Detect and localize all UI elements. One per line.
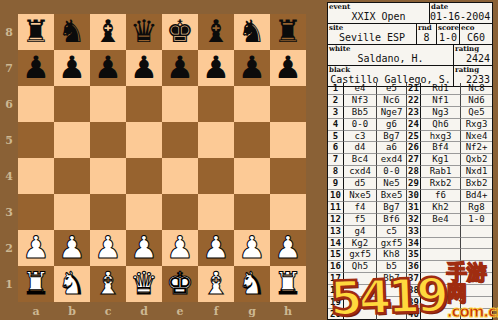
move-cell[interactable]: g6 — [377, 119, 407, 131]
square-f4[interactable] — [198, 158, 234, 194]
move-cell[interactable]: Nc6 — [377, 95, 407, 107]
white-pawn-e2: ♟ — [162, 230, 198, 266]
move-cell[interactable]: Nf2+ — [461, 142, 492, 154]
file-label-d: d — [126, 302, 162, 320]
move-cell[interactable]: c3 — [344, 131, 377, 143]
square-h4[interactable] — [270, 158, 306, 194]
move-number: 15 — [328, 249, 344, 261]
move-cell[interactable]: cxd4 — [344, 166, 377, 178]
square-g8[interactable]: ♞ — [234, 14, 270, 50]
move-number: 9 — [328, 178, 344, 190]
move-cell[interactable]: Ne5 — [377, 178, 407, 190]
square-c1[interactable]: ♝ — [90, 266, 126, 302]
chess-game-viewer: { "game": "chess", "position": { "fen": … — [0, 0, 498, 320]
square-f3[interactable] — [198, 194, 234, 230]
square-c2[interactable]: ♟ — [90, 230, 126, 266]
move-number: 26 — [407, 142, 421, 154]
square-h1[interactable]: ♜ — [270, 266, 306, 302]
square-a1[interactable]: ♜ — [18, 266, 54, 302]
move-number: 17 — [328, 273, 344, 285]
file-label-g: g — [234, 302, 270, 320]
square-h8[interactable]: ♜ — [270, 14, 306, 50]
move-cell[interactable] — [461, 273, 492, 285]
move-number: 3 — [328, 107, 344, 119]
move-cell[interactable] — [461, 297, 492, 309]
move-cell[interactable]: 0-0 — [377, 166, 407, 178]
move-cell[interactable] — [344, 309, 377, 320]
move-cell[interactable] — [461, 226, 492, 238]
move-number: 2 — [328, 95, 344, 107]
square-e8[interactable]: ♚ — [162, 14, 198, 50]
white-knight-g1: ♞ — [234, 266, 270, 302]
square-b7[interactable]: ♟ — [54, 50, 90, 86]
move-cell[interactable]: Qxb2 — [461, 154, 492, 166]
move-cell[interactable]: Be4 — [421, 214, 461, 226]
move-cell[interactable] — [421, 309, 461, 320]
chess-board: ♜♞♝♛♚♝♞♜♟♟♟♟♟♟♟♟♟♟♟♟♟♟♟♟♜♞♝♛♚♝♞♜ — [18, 14, 306, 302]
square-h2[interactable]: ♟ — [270, 230, 306, 266]
move-cell[interactable] — [421, 238, 461, 250]
move-cell[interactable]: f5 — [344, 214, 377, 226]
square-e3[interactable] — [162, 194, 198, 230]
white-rating-label: rating — [455, 45, 479, 53]
move-number: 30 — [407, 190, 421, 202]
square-c6[interactable] — [90, 86, 126, 122]
move-cell[interactable]: f4 — [344, 202, 377, 214]
square-b1[interactable]: ♞ — [54, 266, 90, 302]
black-pawn-h7: ♟ — [270, 50, 306, 86]
move-cell[interactable]: Bb5 — [344, 107, 377, 119]
move-cell[interactable]: Kh8 — [377, 249, 407, 261]
square-a6[interactable] — [18, 86, 54, 122]
black-pawn-b7: ♟ — [54, 50, 90, 86]
move-cell[interactable]: gxf5 — [344, 249, 377, 261]
move-number: 1 — [328, 83, 344, 95]
black-knight-g8: ♞ — [234, 14, 270, 50]
move-cell[interactable] — [344, 297, 377, 309]
move-cell[interactable] — [421, 226, 461, 238]
move-cell[interactable]: Nxd1 — [461, 166, 492, 178]
move-cell[interactable]: Bb7 — [377, 273, 407, 285]
game-info-panel: event XXIX Open date 01-16-2004 site Sev… — [327, 2, 493, 320]
white-rook-a1: ♜ — [18, 266, 54, 302]
black-rook-a8: ♜ — [18, 14, 54, 50]
square-a5[interactable] — [18, 122, 54, 158]
square-c5[interactable] — [90, 122, 126, 158]
file-label-h: h — [270, 302, 306, 320]
eco-cell: eco C60 — [460, 24, 492, 44]
move-cell[interactable]: 1-0 — [461, 214, 492, 226]
site-value: Seville ESP — [328, 32, 416, 43]
square-c8[interactable]: ♝ — [90, 14, 126, 50]
move-cell[interactable] — [377, 297, 407, 309]
black-pawn-g7: ♟ — [234, 50, 270, 86]
black-knight-b8: ♞ — [54, 14, 90, 50]
move-number: 29 — [407, 178, 421, 190]
move-cell[interactable]: Bg7 — [377, 131, 407, 143]
black-bishop-f8: ♝ — [198, 14, 234, 50]
square-d4[interactable] — [126, 158, 162, 194]
square-g6[interactable] — [234, 86, 270, 122]
square-e1[interactable]: ♚ — [162, 266, 198, 302]
rank-label-5: 5 — [0, 122, 18, 158]
move-cell[interactable]: Nf3 — [344, 95, 377, 107]
square-g1[interactable]: ♞ — [234, 266, 270, 302]
file-label-f: f — [198, 302, 234, 320]
rank-label-1: 1 — [0, 266, 18, 302]
eco-value: C60 — [460, 32, 492, 43]
event-cell: event XXIX Open — [328, 3, 430, 23]
white-pawn-g2: ♟ — [234, 230, 270, 266]
black-pawn-f7: ♟ — [198, 50, 234, 86]
move-number: 31 — [407, 202, 421, 214]
move-number: 39 — [407, 297, 421, 309]
square-d8[interactable]: ♛ — [126, 14, 162, 50]
black-pawn-c7: ♟ — [90, 50, 126, 86]
square-e2[interactable]: ♟ — [162, 230, 198, 266]
file-label-c: c — [90, 302, 126, 320]
move-cell[interactable] — [421, 273, 461, 285]
file-label-a: a — [18, 302, 54, 320]
move-cell[interactable]: Qe5 — [461, 107, 492, 119]
move-cell[interactable]: b5 — [377, 261, 407, 273]
move-cell[interactable]: Nf1 — [421, 95, 461, 107]
square-g7[interactable]: ♟ — [234, 50, 270, 86]
white-rating-value: 2424 — [454, 53, 492, 64]
black-pawn-d7: ♟ — [126, 50, 162, 86]
move-cell[interactable] — [421, 249, 461, 261]
move-cell[interactable]: Bxe5 — [377, 190, 407, 202]
move-cell[interactable]: Nxe4 — [461, 131, 492, 143]
move-cell[interactable]: Kg2 — [344, 238, 377, 250]
file-label-b: b — [54, 302, 90, 320]
round-cell: rnd 8 — [417, 24, 437, 44]
move-number: 18 — [328, 285, 344, 297]
move-cell[interactable]: f6 — [421, 190, 461, 202]
white-pawn-f2: ♟ — [198, 230, 234, 266]
move-number: 19 — [328, 297, 344, 309]
round-label: rnd — [418, 24, 432, 32]
move-cell[interactable]: Nge7 — [377, 107, 407, 119]
black-king-e8: ♚ — [162, 14, 198, 50]
move-number: 6 — [328, 142, 344, 154]
rank-label-4: 4 — [0, 158, 18, 194]
move-number: 25 — [407, 131, 421, 143]
move-cell[interactable] — [421, 261, 461, 273]
date-cell: date 01-16-2004 — [430, 3, 492, 23]
white-bishop-f1: ♝ — [198, 266, 234, 302]
move-cell[interactable] — [377, 285, 407, 297]
move-cell[interactable]: e4 — [344, 83, 377, 95]
move-cell[interactable]: Qh5 — [344, 261, 377, 273]
move-cell[interactable]: d5 — [344, 178, 377, 190]
white-bishop-c1: ♝ — [90, 266, 126, 302]
black-rook-h8: ♜ — [270, 14, 306, 50]
square-e5[interactable] — [162, 122, 198, 158]
square-a3[interactable] — [18, 194, 54, 230]
square-d6[interactable] — [126, 86, 162, 122]
move-cell[interactable]: 0-0 — [344, 119, 377, 131]
square-h6[interactable] — [270, 86, 306, 122]
square-a7[interactable]: ♟ — [18, 50, 54, 86]
rank-label-8: 8 — [0, 14, 18, 50]
move-cell[interactable]: e5 — [377, 83, 407, 95]
square-d2[interactable]: ♟ — [126, 230, 162, 266]
move-number: 33 — [407, 226, 421, 238]
move-cell[interactable]: Bc4 — [344, 154, 377, 166]
rank-label-7: 7 — [0, 50, 18, 86]
rank-label-6: 6 — [0, 86, 18, 122]
square-h3[interactable] — [270, 194, 306, 230]
square-f2[interactable]: ♟ — [198, 230, 234, 266]
rank-labels: 87654321 — [0, 14, 18, 302]
white-pawn-c2: ♟ — [90, 230, 126, 266]
move-number: 34 — [407, 238, 421, 250]
move-cell[interactable]: Kh2 — [421, 202, 461, 214]
file-labels: abcdefgh — [18, 302, 306, 320]
black-bishop-c8: ♝ — [90, 14, 126, 50]
score-value: 1-0 — [437, 32, 459, 43]
white-queen-d1: ♛ — [126, 266, 162, 302]
black-queen-d8: ♛ — [126, 14, 162, 50]
move-cell[interactable] — [344, 285, 377, 297]
move-number: 13 — [328, 226, 344, 238]
white-pawn-h2: ♟ — [270, 230, 306, 266]
move-cell[interactable]: Rd1 — [421, 83, 461, 95]
black-pawn-e7: ♟ — [162, 50, 198, 86]
move-number: 21 — [407, 83, 421, 95]
white-pawn-d2: ♟ — [126, 230, 162, 266]
move-cell[interactable]: Nxe5 — [344, 190, 377, 202]
move-cell[interactable]: c5 — [377, 226, 407, 238]
square-a4[interactable] — [18, 158, 54, 194]
move-number: 12 — [328, 214, 344, 226]
eco-label: eco — [461, 24, 474, 32]
move-cell[interactable]: Qh6 — [421, 119, 461, 131]
rank-label-2: 2 — [0, 230, 18, 266]
square-c7[interactable]: ♟ — [90, 50, 126, 86]
move-cell[interactable]: Ng3 — [421, 107, 461, 119]
event-label: event — [329, 3, 350, 11]
move-cell[interactable]: exd4 — [377, 154, 407, 166]
move-number: 24 — [407, 119, 421, 131]
move-number: 10 — [328, 190, 344, 202]
score-label: score — [438, 24, 459, 32]
move-cell[interactable]: Rg8 — [461, 202, 492, 214]
square-d7[interactable]: ♟ — [126, 50, 162, 86]
white-pawn-b2: ♟ — [54, 230, 90, 266]
square-b8[interactable]: ♞ — [54, 14, 90, 50]
square-f7[interactable]: ♟ — [198, 50, 234, 86]
move-number: 38 — [407, 285, 421, 297]
site-label: site — [329, 24, 343, 32]
square-a2[interactable]: ♟ — [18, 230, 54, 266]
move-cell[interactable]: Kg1 — [421, 154, 461, 166]
move-cell[interactable]: Rxb2 — [421, 178, 461, 190]
move-number: 35 — [407, 249, 421, 261]
square-b5[interactable] — [54, 122, 90, 158]
move-number: 22 — [407, 95, 421, 107]
score-cell: score 1-0 — [437, 24, 460, 44]
move-number: 8 — [328, 166, 344, 178]
move-number: 40 — [407, 309, 421, 320]
white-player-cell: white Saldano, H. — [328, 45, 454, 65]
square-g2[interactable]: ♟ — [234, 230, 270, 266]
white-rating-cell: rating 2424 — [454, 45, 492, 65]
date-label: date — [431, 3, 448, 11]
move-number: 20 — [328, 309, 344, 320]
move-number: 28 — [407, 166, 421, 178]
square-f1[interactable]: ♝ — [198, 266, 234, 302]
move-cell[interactable] — [461, 238, 492, 250]
square-h5[interactable] — [270, 122, 306, 158]
square-f6[interactable] — [198, 86, 234, 122]
white-rook-h1: ♜ — [270, 266, 306, 302]
square-f8[interactable]: ♝ — [198, 14, 234, 50]
square-e7[interactable]: ♟ — [162, 50, 198, 86]
move-cell[interactable]: gxf5 — [377, 238, 407, 250]
move-cell[interactable] — [421, 285, 461, 297]
rank-label-3: 3 — [0, 194, 18, 230]
white-king-e1: ♚ — [162, 266, 198, 302]
square-b2[interactable]: ♟ — [54, 230, 90, 266]
move-number: 5 — [328, 131, 344, 143]
move-number: 16 — [328, 261, 344, 273]
move-number: 23 — [407, 107, 421, 119]
move-number: 11 — [328, 202, 344, 214]
site-cell: site Seville ESP — [328, 24, 417, 44]
white-pawn-a2: ♟ — [18, 230, 54, 266]
move-number: 36 — [407, 261, 421, 273]
move-cell[interactable] — [461, 285, 492, 297]
move-cell[interactable]: Rab1 — [421, 166, 461, 178]
square-e4[interactable] — [162, 158, 198, 194]
move-cell[interactable]: Bf6 — [377, 214, 407, 226]
black-rating-label: rating — [455, 66, 479, 74]
square-e6[interactable] — [162, 86, 198, 122]
move-cell[interactable] — [344, 273, 377, 285]
move-cell[interactable] — [377, 309, 407, 320]
square-c4[interactable] — [90, 158, 126, 194]
event-value: XXIX Open — [328, 11, 429, 22]
square-b4[interactable] — [54, 158, 90, 194]
move-cell[interactable]: d4 — [344, 142, 377, 154]
move-number: 32 — [407, 214, 421, 226]
square-d1[interactable]: ♛ — [126, 266, 162, 302]
square-c3[interactable] — [90, 194, 126, 230]
black-pawn-a7: ♟ — [18, 50, 54, 86]
square-g3[interactable] — [234, 194, 270, 230]
white-knight-b1: ♞ — [54, 266, 90, 302]
square-d3[interactable] — [126, 194, 162, 230]
move-number: 4 — [328, 119, 344, 131]
move-cell[interactable]: Bg7 — [377, 202, 407, 214]
move-number: 7 — [328, 154, 344, 166]
move-number: 27 — [407, 154, 421, 166]
move-cell[interactable] — [461, 261, 492, 273]
move-list: 1e4e521Rd1Nc82Nf3Nc622Nf1Nd63Bb5Nge723Ng… — [328, 83, 492, 320]
file-label-e: e — [162, 302, 198, 320]
black-label: black — [329, 66, 350, 74]
move-cell[interactable]: g4 — [344, 226, 377, 238]
move-cell[interactable]: Bf4 — [421, 142, 461, 154]
move-cell[interactable]: Nd6 — [461, 95, 492, 107]
move-cell[interactable] — [461, 309, 492, 320]
square-a8[interactable]: ♜ — [18, 14, 54, 50]
move-cell[interactable]: Bxb2 — [461, 178, 492, 190]
move-cell[interactable]: a6 — [377, 142, 407, 154]
square-b3[interactable] — [54, 194, 90, 230]
square-g5[interactable] — [234, 122, 270, 158]
square-d5[interactable] — [126, 122, 162, 158]
move-cell[interactable] — [421, 297, 461, 309]
date-value: 01-16-2004 — [430, 11, 492, 22]
square-h7[interactable]: ♟ — [270, 50, 306, 86]
move-cell[interactable]: hxg3 — [421, 131, 461, 143]
square-b6[interactable] — [54, 86, 90, 122]
move-cell[interactable] — [461, 249, 492, 261]
white-label: white — [329, 45, 350, 53]
square-f5[interactable] — [198, 122, 234, 158]
move-cell[interactable]: Bd4+ — [461, 190, 492, 202]
move-number: 14 — [328, 238, 344, 250]
white-player-name: Saldano, H. — [328, 53, 453, 64]
move-cell[interactable]: Nc8 — [461, 83, 492, 95]
square-g4[interactable] — [234, 158, 270, 194]
round-value: 8 — [417, 32, 436, 43]
move-cell[interactable]: Rxg3 — [461, 119, 492, 131]
move-number: 37 — [407, 273, 421, 285]
